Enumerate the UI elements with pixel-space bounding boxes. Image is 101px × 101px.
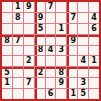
- cell-r5c8[interactable]: [78, 46, 88, 56]
- cell-r2c8[interactable]: [78, 13, 88, 23]
- cell-r8c5[interactable]: [46, 78, 56, 88]
- cell-r4c2[interactable]: 7: [13, 35, 23, 45]
- cell-r6c1[interactable]: [2, 56, 12, 66]
- cell-r7c2[interactable]: [13, 67, 23, 77]
- cell-r7c9[interactable]: [89, 67, 99, 77]
- cell-r4c1[interactable]: 8: [2, 35, 12, 45]
- cell-r7c3[interactable]: [24, 67, 34, 77]
- cell-r2c5[interactable]: [46, 13, 56, 23]
- cell-r8c9[interactable]: [89, 78, 99, 88]
- cell-r5c1[interactable]: [2, 46, 12, 56]
- cell-r4c5[interactable]: [46, 35, 56, 45]
- cell-r9c1[interactable]: [2, 89, 12, 99]
- cell-r3c1[interactable]: [2, 24, 12, 34]
- cell-r5c5[interactable]: 4: [46, 46, 56, 56]
- cell-r1c3[interactable]: 9: [24, 2, 34, 12]
- cell-r1c5[interactable]: 7: [46, 2, 56, 12]
- cell-r3c9[interactable]: 6: [89, 24, 99, 34]
- cell-r1c7[interactable]: [67, 2, 77, 12]
- cell-r8c2[interactable]: [13, 78, 23, 88]
- cell-r2c9[interactable]: 4: [89, 13, 99, 23]
- cell-r3c5[interactable]: [46, 24, 56, 34]
- cell-r5c6[interactable]: 3: [56, 46, 66, 56]
- cell-r2c2[interactable]: 8: [13, 13, 23, 23]
- cell-r3c7[interactable]: [67, 24, 77, 34]
- cell-r4c9[interactable]: [89, 35, 99, 45]
- cell-r9c3[interactable]: [24, 89, 34, 99]
- cell-r9c4[interactable]: [35, 89, 45, 99]
- cell-r7c5[interactable]: [46, 67, 56, 77]
- cell-r5c4[interactable]: 8: [35, 46, 45, 56]
- cell-r4c6[interactable]: [56, 35, 66, 45]
- cell-r7c1[interactable]: 5: [2, 67, 12, 77]
- cell-r7c4[interactable]: 2: [35, 67, 45, 77]
- cell-r5c9[interactable]: [89, 46, 99, 56]
- cell-r8c4[interactable]: [35, 78, 45, 88]
- cell-r1c1[interactable]: [2, 2, 12, 12]
- cell-r9c7[interactable]: 1: [67, 89, 77, 99]
- cell-r1c8[interactable]: [78, 2, 88, 12]
- cell-r7c8[interactable]: [78, 67, 88, 77]
- cell-r9c2[interactable]: [13, 89, 23, 99]
- cell-r7c6[interactable]: 8: [56, 67, 66, 77]
- cell-r2c3[interactable]: [24, 13, 34, 23]
- cell-r3c4[interactable]: 5: [35, 24, 45, 34]
- cell-r1c6[interactable]: [56, 2, 66, 12]
- cell-r4c8[interactable]: [78, 35, 88, 45]
- cell-r6c4[interactable]: [35, 56, 45, 66]
- cell-r1c2[interactable]: 1: [13, 2, 23, 12]
- cell-r3c6[interactable]: 1: [56, 24, 66, 34]
- cell-r5c2[interactable]: [13, 46, 23, 56]
- cell-r6c3[interactable]: 2: [24, 56, 34, 66]
- cell-r9c8[interactable]: 5: [78, 89, 88, 99]
- cell-r8c7[interactable]: [67, 78, 77, 88]
- cell-r6c7[interactable]: [67, 56, 77, 66]
- cell-r4c4[interactable]: [35, 35, 45, 45]
- cell-r8c3[interactable]: 7: [24, 78, 34, 88]
- cell-r6c2[interactable]: [13, 56, 23, 66]
- cell-r9c6[interactable]: [56, 89, 66, 99]
- cell-r8c6[interactable]: 9: [56, 78, 66, 88]
- cell-r4c7[interactable]: 9: [67, 35, 77, 45]
- cell-r6c6[interactable]: [56, 56, 66, 66]
- sudoku-board: 19789745168798432415281793615: [0, 0, 101, 101]
- cell-r9c5[interactable]: 6: [46, 89, 56, 99]
- cell-r2c4[interactable]: 9: [35, 13, 45, 23]
- cell-r5c3[interactable]: [24, 46, 34, 56]
- cell-r2c1[interactable]: [2, 13, 12, 23]
- cell-r8c8[interactable]: 3: [78, 78, 88, 88]
- cell-r3c2[interactable]: [13, 24, 23, 34]
- cell-r6c8[interactable]: 4: [78, 56, 88, 66]
- cell-r8c1[interactable]: 1: [2, 78, 12, 88]
- cell-r5c7[interactable]: [67, 46, 77, 56]
- cell-r6c5[interactable]: [46, 56, 56, 66]
- cell-r2c6[interactable]: [56, 13, 66, 23]
- cell-r1c9[interactable]: [89, 2, 99, 12]
- cell-r7c7[interactable]: [67, 67, 77, 77]
- cell-r3c8[interactable]: [78, 24, 88, 34]
- cell-r3c3[interactable]: [24, 24, 34, 34]
- cell-r4c3[interactable]: [24, 35, 34, 45]
- cell-r6c9[interactable]: 1: [89, 56, 99, 66]
- cell-r9c9[interactable]: [89, 89, 99, 99]
- cell-r2c7[interactable]: 7: [67, 13, 77, 23]
- cell-r1c4[interactable]: [35, 2, 45, 12]
